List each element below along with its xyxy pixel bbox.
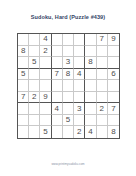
sudoku-cell-r1c8[interactable]: 7 bbox=[97, 34, 108, 46]
sudoku-cell-r8c9[interactable] bbox=[108, 115, 119, 127]
sudoku-cell-r5c7[interactable] bbox=[85, 80, 96, 92]
sudoku-cell-r4c8[interactable] bbox=[97, 69, 108, 81]
sudoku-cell-r5c2[interactable] bbox=[29, 80, 40, 92]
sudoku-cell-r1c6[interactable] bbox=[74, 34, 85, 46]
sudoku-cell-r7c2[interactable] bbox=[29, 103, 40, 115]
sudoku-cell-r6c9[interactable] bbox=[108, 92, 119, 104]
sudoku-cell-r8c3[interactable] bbox=[40, 115, 51, 127]
sudoku-cell-r8c7[interactable] bbox=[85, 115, 96, 127]
sudoku-cell-r6c3[interactable]: 9 bbox=[40, 92, 51, 104]
sudoku-cell-r3c1[interactable] bbox=[18, 57, 29, 69]
sudoku-cell-r5c6[interactable] bbox=[74, 80, 85, 92]
sudoku-cell-r9c1[interactable] bbox=[18, 126, 29, 138]
sudoku-cell-r7c7[interactable] bbox=[85, 103, 96, 115]
sudoku-cell-r5c5[interactable] bbox=[63, 80, 74, 92]
sudoku-cell-r6c4[interactable] bbox=[52, 92, 63, 104]
sudoku-cell-r4c1[interactable]: 5 bbox=[18, 69, 29, 81]
sudoku-cell-r6c5[interactable] bbox=[63, 92, 74, 104]
sudoku-cell-r7c5[interactable] bbox=[63, 103, 74, 115]
sudoku-cell-r9c4[interactable] bbox=[52, 126, 63, 138]
sudoku-cell-r5c8[interactable] bbox=[97, 80, 108, 92]
sudoku-cell-r4c5[interactable]: 8 bbox=[63, 69, 74, 81]
sudoku-cell-r4c2[interactable] bbox=[29, 69, 40, 81]
sudoku-cell-r9c6[interactable]: 2 bbox=[74, 126, 85, 138]
sudoku-cell-r8c1[interactable] bbox=[18, 115, 29, 127]
sudoku-board: 4798253857846729432755248 bbox=[17, 33, 120, 139]
sudoku-cell-r8c6[interactable] bbox=[74, 115, 85, 127]
sudoku-cell-r9c8[interactable] bbox=[97, 126, 108, 138]
sudoku-cell-r3c7[interactable]: 8 bbox=[85, 57, 96, 69]
sudoku-cell-r5c1[interactable] bbox=[18, 80, 29, 92]
sudoku-cell-r8c8[interactable] bbox=[97, 115, 108, 127]
sudoku-cell-r8c2[interactable] bbox=[29, 115, 40, 127]
sudoku-cell-r6c2[interactable]: 2 bbox=[29, 92, 40, 104]
sudoku-cell-r4c4[interactable]: 7 bbox=[52, 69, 63, 81]
sudoku-cell-r7c9[interactable]: 7 bbox=[108, 103, 119, 115]
sudoku-cell-r6c7[interactable] bbox=[85, 92, 96, 104]
sudoku-cell-r4c3[interactable] bbox=[40, 69, 51, 81]
sudoku-cell-r1c3[interactable]: 4 bbox=[40, 34, 51, 46]
sudoku-cell-r1c2[interactable] bbox=[29, 34, 40, 46]
sudoku-cell-r3c4[interactable] bbox=[52, 57, 63, 69]
sudoku-cell-r2c4[interactable] bbox=[52, 46, 63, 58]
sudoku-cell-r3c2[interactable]: 5 bbox=[29, 57, 40, 69]
sudoku-cell-r2c3[interactable]: 2 bbox=[40, 46, 51, 58]
sudoku-cell-r7c8[interactable]: 2 bbox=[97, 103, 108, 115]
sudoku-cell-r1c5[interactable] bbox=[63, 34, 74, 46]
sudoku-cell-r3c3[interactable] bbox=[40, 57, 51, 69]
sudoku-cell-r2c7[interactable] bbox=[85, 46, 96, 58]
sudoku-cell-r9c2[interactable] bbox=[29, 126, 40, 138]
sudoku-cell-r3c8[interactable] bbox=[97, 57, 108, 69]
sudoku-cell-r6c8[interactable] bbox=[97, 92, 108, 104]
sudoku-cell-r7c6[interactable]: 3 bbox=[74, 103, 85, 115]
sudoku-cell-r8c5[interactable]: 5 bbox=[63, 115, 74, 127]
sudoku-cell-r2c1[interactable]: 8 bbox=[18, 46, 29, 58]
sudoku-cell-r9c7[interactable]: 4 bbox=[85, 126, 96, 138]
page-title: Sudoku, Hard (Puzzle #439) bbox=[0, 14, 136, 20]
sudoku-cell-r2c5[interactable] bbox=[63, 46, 74, 58]
sudoku-cell-r9c9[interactable]: 8 bbox=[108, 126, 119, 138]
sudoku-cell-r7c4[interactable]: 4 bbox=[52, 103, 63, 115]
sudoku-cell-r3c5[interactable]: 3 bbox=[63, 57, 74, 69]
sudoku-cell-r5c3[interactable] bbox=[40, 80, 51, 92]
sudoku-cell-r2c9[interactable] bbox=[108, 46, 119, 58]
sudoku-cell-r1c1[interactable] bbox=[18, 34, 29, 46]
sudoku-cell-r1c4[interactable] bbox=[52, 34, 63, 46]
sudoku-cell-r8c4[interactable] bbox=[52, 115, 63, 127]
sudoku-cell-r5c4[interactable] bbox=[52, 80, 63, 92]
sudoku-cell-r5c9[interactable] bbox=[108, 80, 119, 92]
sudoku-cell-r4c6[interactable]: 4 bbox=[74, 69, 85, 81]
sudoku-cell-r6c6[interactable] bbox=[74, 92, 85, 104]
sudoku-cell-r7c3[interactable] bbox=[40, 103, 51, 115]
sudoku-cell-r3c6[interactable] bbox=[74, 57, 85, 69]
sudoku-cell-r6c1[interactable]: 7 bbox=[18, 92, 29, 104]
sudoku-cell-r1c9[interactable]: 9 bbox=[108, 34, 119, 46]
sudoku-cell-r2c6[interactable] bbox=[74, 46, 85, 58]
sudoku-page: Sudoku, Hard (Puzzle #439) 4798253857846… bbox=[0, 0, 136, 176]
sudoku-cell-r9c3[interactable]: 5 bbox=[40, 126, 51, 138]
sudoku-cell-r3c9[interactable] bbox=[108, 57, 119, 69]
sudoku-cell-r9c5[interactable] bbox=[63, 126, 74, 138]
sudoku-cell-r4c7[interactable] bbox=[85, 69, 96, 81]
sudoku-cell-r4c9[interactable]: 6 bbox=[108, 69, 119, 81]
sudoku-cell-r1c7[interactable] bbox=[85, 34, 96, 46]
footer-url: www.printmysudoku.com bbox=[0, 162, 136, 166]
sudoku-cell-r2c8[interactable] bbox=[97, 46, 108, 58]
sudoku-cell-r7c1[interactable] bbox=[18, 103, 29, 115]
sudoku-cell-r2c2[interactable] bbox=[29, 46, 40, 58]
